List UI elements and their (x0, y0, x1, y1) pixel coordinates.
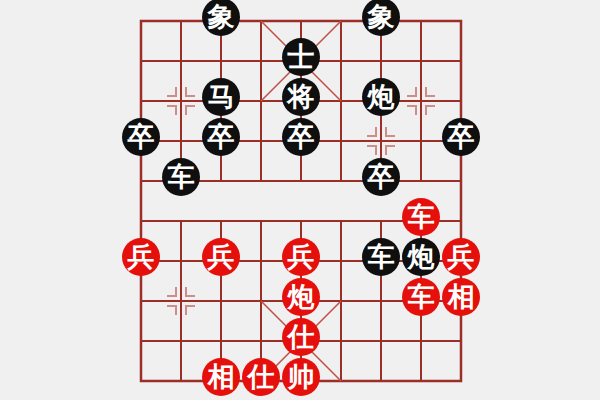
piece-black-soldier[interactable]: 卒 (202, 118, 240, 156)
piece-black-cannon[interactable]: 炮 (402, 238, 440, 276)
piece-red-elephant[interactable]: 相 (202, 358, 240, 396)
piece-black-elephant[interactable]: 象 (362, 0, 400, 36)
pieces-layer[interactable]: 象象士马将炮卒卒卒卒车卒车兵兵兵车炮兵炮车相仕相仕帅 (121, 1, 481, 400)
piece-red-soldier[interactable]: 兵 (442, 238, 480, 276)
piece-black-cannon[interactable]: 炮 (362, 78, 400, 116)
piece-red-cannon[interactable]: 炮 (282, 278, 320, 316)
piece-black-soldier[interactable]: 卒 (282, 118, 320, 156)
piece-red-chariot[interactable]: 车 (402, 278, 440, 316)
piece-black-soldier[interactable]: 卒 (362, 158, 400, 196)
piece-black-elephant[interactable]: 象 (202, 0, 240, 36)
piece-black-chariot[interactable]: 车 (362, 238, 400, 276)
piece-black-horse[interactable]: 马 (202, 78, 240, 116)
piece-black-soldier[interactable]: 卒 (122, 118, 160, 156)
piece-red-advisor[interactable]: 仕 (282, 318, 320, 356)
piece-black-chariot[interactable]: 车 (162, 158, 200, 196)
piece-red-general[interactable]: 帅 (282, 358, 320, 396)
piece-black-soldier[interactable]: 卒 (442, 118, 480, 156)
piece-black-advisor[interactable]: 士 (282, 38, 320, 76)
piece-red-soldier[interactable]: 兵 (282, 238, 320, 276)
piece-black-general[interactable]: 将 (282, 78, 320, 116)
piece-red-elephant[interactable]: 相 (442, 278, 480, 316)
piece-red-advisor[interactable]: 仕 (242, 358, 280, 396)
piece-red-soldier[interactable]: 兵 (202, 238, 240, 276)
piece-red-soldier[interactable]: 兵 (122, 238, 160, 276)
piece-red-chariot[interactable]: 车 (402, 198, 440, 236)
xiangqi-board: 象象士马将炮卒卒卒卒车卒车兵兵兵车炮兵炮车相仕相仕帅 (0, 0, 600, 400)
